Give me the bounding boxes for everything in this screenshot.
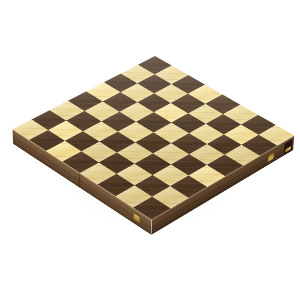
hinge-icon	[134, 213, 140, 223]
chessboard	[13, 70, 293, 235]
fold-seam-edge	[79, 173, 81, 188]
clasp-icon	[284, 139, 293, 155]
product-photo	[0, 0, 300, 300]
checker-grid	[13, 56, 295, 220]
board-surface	[13, 56, 295, 220]
hinge-icon	[268, 153, 274, 162]
